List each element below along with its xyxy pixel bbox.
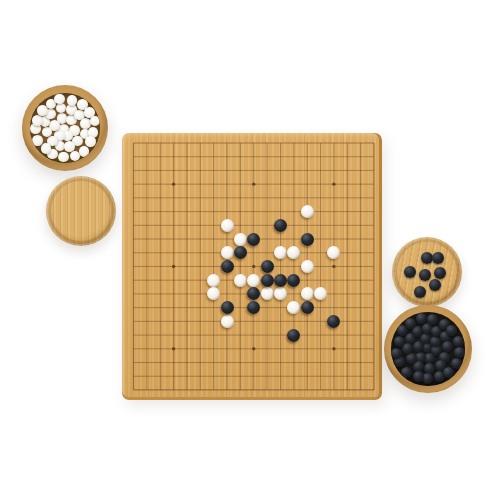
black-stone[interactable] <box>274 219 287 232</box>
star-point <box>332 265 335 268</box>
lid-black-stone[interactable] <box>434 267 446 279</box>
black-stone[interactable] <box>221 260 234 273</box>
bowl-black-stone <box>427 314 438 325</box>
bowl-black-stone <box>453 336 464 347</box>
black-stone[interactable] <box>301 233 314 246</box>
bowl-black-stone <box>391 348 402 359</box>
bowl-white-stone <box>32 135 43 146</box>
bowl-white-stone <box>41 143 52 154</box>
star-point <box>172 182 175 185</box>
bowl-black-stone <box>454 347 465 358</box>
star-point <box>332 347 335 350</box>
black-stone[interactable] <box>287 274 300 287</box>
black-stone[interactable] <box>287 329 300 342</box>
black-stone-bowl[interactable] <box>384 305 472 393</box>
bowl-black-stone <box>424 363 435 374</box>
bowl-black-stone <box>442 341 453 352</box>
black-stone[interactable] <box>261 260 274 273</box>
white-stone[interactable] <box>261 287 274 300</box>
go-set-scene <box>0 0 500 500</box>
white-stone-bowl[interactable] <box>22 85 108 171</box>
white-stone[interactable] <box>301 260 314 273</box>
bowl-white-stone <box>79 146 90 157</box>
white-stone[interactable] <box>247 274 260 287</box>
black-stone[interactable] <box>261 274 274 287</box>
lid-black-stone[interactable] <box>419 269 431 281</box>
bowl-white-stone <box>32 115 43 126</box>
black-stone[interactable] <box>247 233 260 246</box>
bowl-white-stone <box>85 136 96 147</box>
bowl-black-stone <box>446 325 457 336</box>
bowl-white-stone <box>58 152 69 163</box>
star-point <box>332 182 335 185</box>
white-stone[interactable] <box>234 274 247 287</box>
bowl-black-stone <box>406 353 417 364</box>
star-point <box>172 347 175 350</box>
white-stone[interactable] <box>221 246 234 259</box>
board-grid <box>122 133 382 400</box>
lid-black-stone[interactable] <box>432 252 444 264</box>
star-point <box>252 265 255 268</box>
white-stone[interactable] <box>301 205 314 218</box>
bowl-white-stone <box>56 103 67 114</box>
bowl-white-stone <box>90 116 100 127</box>
black-stone[interactable] <box>221 301 234 314</box>
lid-black-stone[interactable] <box>404 266 416 278</box>
star-point <box>252 347 255 350</box>
white-stone[interactable] <box>221 219 234 232</box>
black-bowl-stones <box>391 312 465 386</box>
black-stone[interactable] <box>301 301 314 314</box>
white-bowl-stones <box>30 93 100 163</box>
bowl-white-stone <box>67 95 78 106</box>
lid-black-stone[interactable] <box>429 279 441 291</box>
star-point <box>172 265 175 268</box>
bowl-black-stone <box>443 367 454 378</box>
bowl-black-stone <box>401 367 412 378</box>
star-point <box>252 182 255 185</box>
white-stone[interactable] <box>207 274 220 287</box>
white-stone[interactable] <box>234 233 247 246</box>
bowl-white-stone <box>54 94 65 105</box>
lid-black-stone[interactable] <box>414 286 426 298</box>
bowl-lid-empty[interactable] <box>46 176 116 246</box>
bowl-black-stone <box>416 313 427 324</box>
black-stone-lid[interactable] <box>392 237 462 307</box>
bowl-black-stone <box>413 371 424 382</box>
white-stone[interactable] <box>221 315 234 328</box>
black-stone[interactable] <box>274 274 287 287</box>
go-board[interactable] <box>122 133 382 400</box>
bowl-white-stone <box>70 151 81 162</box>
